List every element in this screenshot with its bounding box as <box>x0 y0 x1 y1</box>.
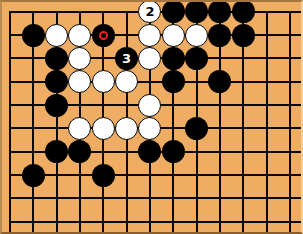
white-stone <box>115 117 138 140</box>
black-stone <box>162 0 185 23</box>
black-stone <box>185 117 208 140</box>
black-stone <box>185 47 208 70</box>
white-stone <box>68 70 91 93</box>
black-stone <box>92 24 115 47</box>
black-stone <box>208 24 231 47</box>
white-stone <box>92 70 115 93</box>
move-number-label: 3 <box>122 52 131 65</box>
white-stone <box>138 24 161 47</box>
black-stone <box>208 70 231 93</box>
grid-line-horizontal <box>9 174 301 176</box>
red-circle-marker <box>99 31 108 40</box>
black-stone <box>162 140 185 163</box>
white-stone: 2 <box>138 0 161 23</box>
black-stone <box>162 70 185 93</box>
white-stone <box>138 117 161 140</box>
black-stone <box>45 140 68 163</box>
grid-line-horizontal <box>9 197 301 199</box>
white-stone <box>185 24 208 47</box>
white-stone <box>115 70 138 93</box>
black-stone <box>45 70 68 93</box>
white-stone <box>68 24 91 47</box>
black-stone <box>138 140 161 163</box>
black-stone <box>208 0 231 23</box>
white-stone <box>162 24 185 47</box>
white-stone <box>68 47 91 70</box>
move-number-label: 2 <box>145 5 154 18</box>
black-stone <box>92 164 115 187</box>
black-stone <box>162 47 185 70</box>
black-stone <box>232 0 255 23</box>
black-stone <box>45 47 68 70</box>
white-stone <box>92 117 115 140</box>
black-stone: 3 <box>115 47 138 70</box>
white-stone <box>45 24 68 47</box>
go-board: 23 <box>0 0 303 234</box>
black-stone <box>185 0 208 23</box>
white-stone <box>138 94 161 117</box>
black-stone <box>45 94 68 117</box>
black-stone <box>68 140 91 163</box>
grid-line-horizontal <box>9 221 301 223</box>
black-stone <box>22 24 45 47</box>
black-stone <box>22 164 45 187</box>
white-stone <box>68 117 91 140</box>
white-stone <box>138 47 161 70</box>
black-stone <box>232 24 255 47</box>
